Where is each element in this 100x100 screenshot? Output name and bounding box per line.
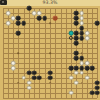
black-stone[interactable]	[16, 21, 21, 26]
white-stone[interactable]	[74, 80, 79, 85]
white-stone[interactable]	[6, 21, 11, 26]
grid-line-vertical	[61, 8, 62, 97]
grid-line-horizontal	[3, 98, 98, 99]
black-stone[interactable]	[21, 21, 26, 26]
black-stone[interactable]	[90, 90, 95, 95]
star-point	[49, 23, 51, 25]
black-stone[interactable]	[27, 6, 32, 11]
grid-line-vertical	[71, 8, 72, 97]
grid-line-horizontal	[3, 88, 98, 89]
grid-line-vertical	[92, 8, 93, 97]
black-stone[interactable]	[32, 75, 37, 80]
white-stone[interactable]	[32, 11, 37, 16]
black-stone[interactable]	[74, 41, 79, 46]
white-stone[interactable]	[27, 85, 32, 90]
black-stone[interactable]	[84, 65, 89, 70]
black-stone[interactable]	[90, 65, 95, 70]
white-stone[interactable]	[84, 36, 89, 41]
white-stone[interactable]	[11, 16, 16, 21]
grid-line-horizontal	[3, 93, 98, 94]
white-stone[interactable]	[84, 75, 89, 80]
go-board[interactable]	[0, 6, 100, 100]
white-stone[interactable]	[69, 90, 74, 95]
go-app-window: 93.3%	[0, 0, 100, 100]
black-stone[interactable]	[48, 75, 53, 80]
grid-line-vertical	[55, 8, 56, 97]
star-point	[81, 82, 83, 84]
star-point	[81, 52, 83, 54]
black-stone[interactable]	[37, 16, 42, 21]
white-stone[interactable]	[69, 75, 74, 80]
red-stone[interactable]	[53, 16, 58, 21]
black-stone[interactable]	[37, 75, 42, 80]
grid-line-vertical	[87, 8, 88, 97]
black-stone[interactable]	[95, 21, 100, 26]
white-stone[interactable]	[79, 70, 84, 75]
black-stone[interactable]	[74, 21, 79, 26]
star-point	[18, 82, 20, 84]
white-stone[interactable]	[11, 65, 16, 70]
black-stone[interactable]	[69, 65, 74, 70]
circle-marker[interactable]	[69, 36, 73, 40]
black-stone[interactable]	[74, 56, 79, 61]
black-stone[interactable]	[27, 70, 32, 75]
star-point	[49, 52, 51, 54]
grid-line-vertical	[66, 8, 67, 97]
white-stone[interactable]	[74, 70, 79, 75]
white-stone[interactable]	[21, 75, 26, 80]
black-stone[interactable]	[16, 31, 21, 36]
black-stone[interactable]	[95, 90, 100, 95]
teal-stone[interactable]	[69, 31, 74, 36]
star-point	[49, 82, 51, 84]
star-point	[18, 52, 20, 54]
white-stone[interactable]	[6, 11, 11, 16]
black-stone[interactable]	[42, 16, 47, 21]
black-stone[interactable]	[79, 36, 84, 41]
